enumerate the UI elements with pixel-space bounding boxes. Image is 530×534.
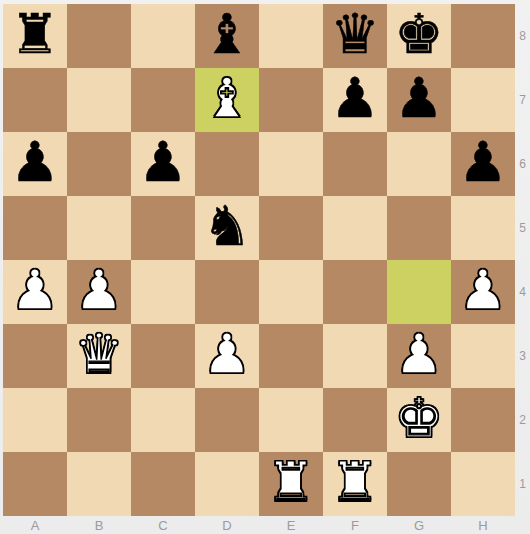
chess-board-area: ♜♝♛♚♝♟♟♟♟♟♞♟♟♟♛♟♟♚♜♜ xyxy=(3,4,515,516)
piece-white-pawn[interactable]: ♟ xyxy=(458,258,507,322)
square-e3[interactable] xyxy=(259,324,323,388)
square-c6[interactable]: ♟ xyxy=(131,132,195,196)
square-e7[interactable] xyxy=(259,68,323,132)
square-h3[interactable] xyxy=(451,324,515,388)
square-c5[interactable] xyxy=(131,196,195,260)
piece-black-pawn[interactable]: ♟ xyxy=(394,66,443,130)
square-b3[interactable]: ♛ xyxy=(67,324,131,388)
square-g5[interactable] xyxy=(387,196,451,260)
square-c1[interactable] xyxy=(131,452,195,516)
square-e5[interactable] xyxy=(259,196,323,260)
square-f4[interactable] xyxy=(323,260,387,324)
file-label-d: D xyxy=(195,516,259,534)
square-f1[interactable]: ♜ xyxy=(323,452,387,516)
square-d3[interactable]: ♟ xyxy=(195,324,259,388)
rank-label-4: 4 xyxy=(515,260,530,324)
square-a4[interactable]: ♟ xyxy=(3,260,67,324)
piece-white-pawn[interactable]: ♟ xyxy=(202,322,251,386)
square-g4[interactable] xyxy=(387,260,451,324)
square-a6[interactable]: ♟ xyxy=(3,132,67,196)
square-d1[interactable] xyxy=(195,452,259,516)
square-b8[interactable] xyxy=(67,4,131,68)
square-g1[interactable] xyxy=(387,452,451,516)
piece-black-pawn[interactable]: ♟ xyxy=(10,130,59,194)
square-b5[interactable] xyxy=(67,196,131,260)
piece-black-pawn[interactable]: ♟ xyxy=(330,66,379,130)
square-d6[interactable] xyxy=(195,132,259,196)
square-a7[interactable] xyxy=(3,68,67,132)
piece-white-pawn[interactable]: ♟ xyxy=(394,322,443,386)
square-f6[interactable] xyxy=(323,132,387,196)
square-h5[interactable] xyxy=(451,196,515,260)
square-g2[interactable]: ♚ xyxy=(387,388,451,452)
square-a1[interactable] xyxy=(3,452,67,516)
square-e6[interactable] xyxy=(259,132,323,196)
file-label-g: G xyxy=(387,516,451,534)
square-g8[interactable]: ♚ xyxy=(387,4,451,68)
piece-white-pawn[interactable]: ♟ xyxy=(10,258,59,322)
square-c4[interactable] xyxy=(131,260,195,324)
file-label-f: F xyxy=(323,516,387,534)
piece-white-rook[interactable]: ♜ xyxy=(266,450,315,514)
square-c8[interactable] xyxy=(131,4,195,68)
piece-black-queen[interactable]: ♛ xyxy=(330,2,379,66)
square-b6[interactable] xyxy=(67,132,131,196)
square-g6[interactable] xyxy=(387,132,451,196)
piece-white-queen[interactable]: ♛ xyxy=(74,322,123,386)
file-label-h: H xyxy=(451,516,515,534)
file-label-b: B xyxy=(67,516,131,534)
square-h4[interactable]: ♟ xyxy=(451,260,515,324)
square-e4[interactable] xyxy=(259,260,323,324)
piece-white-pawn[interactable]: ♟ xyxy=(74,258,123,322)
square-h2[interactable] xyxy=(451,388,515,452)
chess-app-screen: ♜♝♛♚♝♟♟♟♟♟♞♟♟♟♛♟♟♚♜♜ 87654321 ABCDEFGH xyxy=(0,0,530,534)
rank-label-3: 3 xyxy=(515,324,530,388)
square-a2[interactable] xyxy=(3,388,67,452)
file-label-c: C xyxy=(131,516,195,534)
piece-black-knight[interactable]: ♞ xyxy=(202,194,251,258)
piece-white-bishop[interactable]: ♝ xyxy=(202,66,251,130)
square-b4[interactable]: ♟ xyxy=(67,260,131,324)
piece-black-bishop[interactable]: ♝ xyxy=(202,2,251,66)
square-e1[interactable]: ♜ xyxy=(259,452,323,516)
square-d4[interactable] xyxy=(195,260,259,324)
piece-black-pawn[interactable]: ♟ xyxy=(138,130,187,194)
rank-label-5: 5 xyxy=(515,196,530,260)
piece-black-rook[interactable]: ♜ xyxy=(10,2,59,66)
square-a3[interactable] xyxy=(3,324,67,388)
file-labels: ABCDEFGH xyxy=(3,516,515,534)
square-c7[interactable] xyxy=(131,68,195,132)
square-h8[interactable] xyxy=(451,4,515,68)
square-d8[interactable]: ♝ xyxy=(195,4,259,68)
rank-labels: 87654321 xyxy=(515,4,530,516)
square-b7[interactable] xyxy=(67,68,131,132)
square-d2[interactable] xyxy=(195,388,259,452)
piece-white-rook[interactable]: ♜ xyxy=(330,450,379,514)
square-a8[interactable]: ♜ xyxy=(3,4,67,68)
file-label-e: E xyxy=(259,516,323,534)
chess-board[interactable]: ♜♝♛♚♝♟♟♟♟♟♞♟♟♟♛♟♟♚♜♜ xyxy=(3,4,515,516)
piece-black-king[interactable]: ♚ xyxy=(394,2,443,66)
piece-black-pawn[interactable]: ♟ xyxy=(458,130,507,194)
square-g3[interactable]: ♟ xyxy=(387,324,451,388)
rank-label-1: 1 xyxy=(515,452,530,516)
square-e2[interactable] xyxy=(259,388,323,452)
square-b1[interactable] xyxy=(67,452,131,516)
square-e8[interactable] xyxy=(259,4,323,68)
square-f5[interactable] xyxy=(323,196,387,260)
square-c2[interactable] xyxy=(131,388,195,452)
square-c3[interactable] xyxy=(131,324,195,388)
file-label-a: A xyxy=(3,516,67,534)
square-h6[interactable]: ♟ xyxy=(451,132,515,196)
rank-label-8: 8 xyxy=(515,4,530,68)
square-d7[interactable]: ♝ xyxy=(195,68,259,132)
square-f7[interactable]: ♟ xyxy=(323,68,387,132)
square-g7[interactable]: ♟ xyxy=(387,68,451,132)
rank-label-6: 6 xyxy=(515,132,530,196)
square-f2[interactable] xyxy=(323,388,387,452)
rank-label-7: 7 xyxy=(515,68,530,132)
square-f3[interactable] xyxy=(323,324,387,388)
square-b2[interactable] xyxy=(67,388,131,452)
piece-white-king[interactable]: ♚ xyxy=(394,386,443,450)
square-h1[interactable] xyxy=(451,452,515,516)
square-h7[interactable] xyxy=(451,68,515,132)
rank-label-2: 2 xyxy=(515,388,530,452)
square-f8[interactable]: ♛ xyxy=(323,4,387,68)
square-a5[interactable] xyxy=(3,196,67,260)
square-d5[interactable]: ♞ xyxy=(195,196,259,260)
